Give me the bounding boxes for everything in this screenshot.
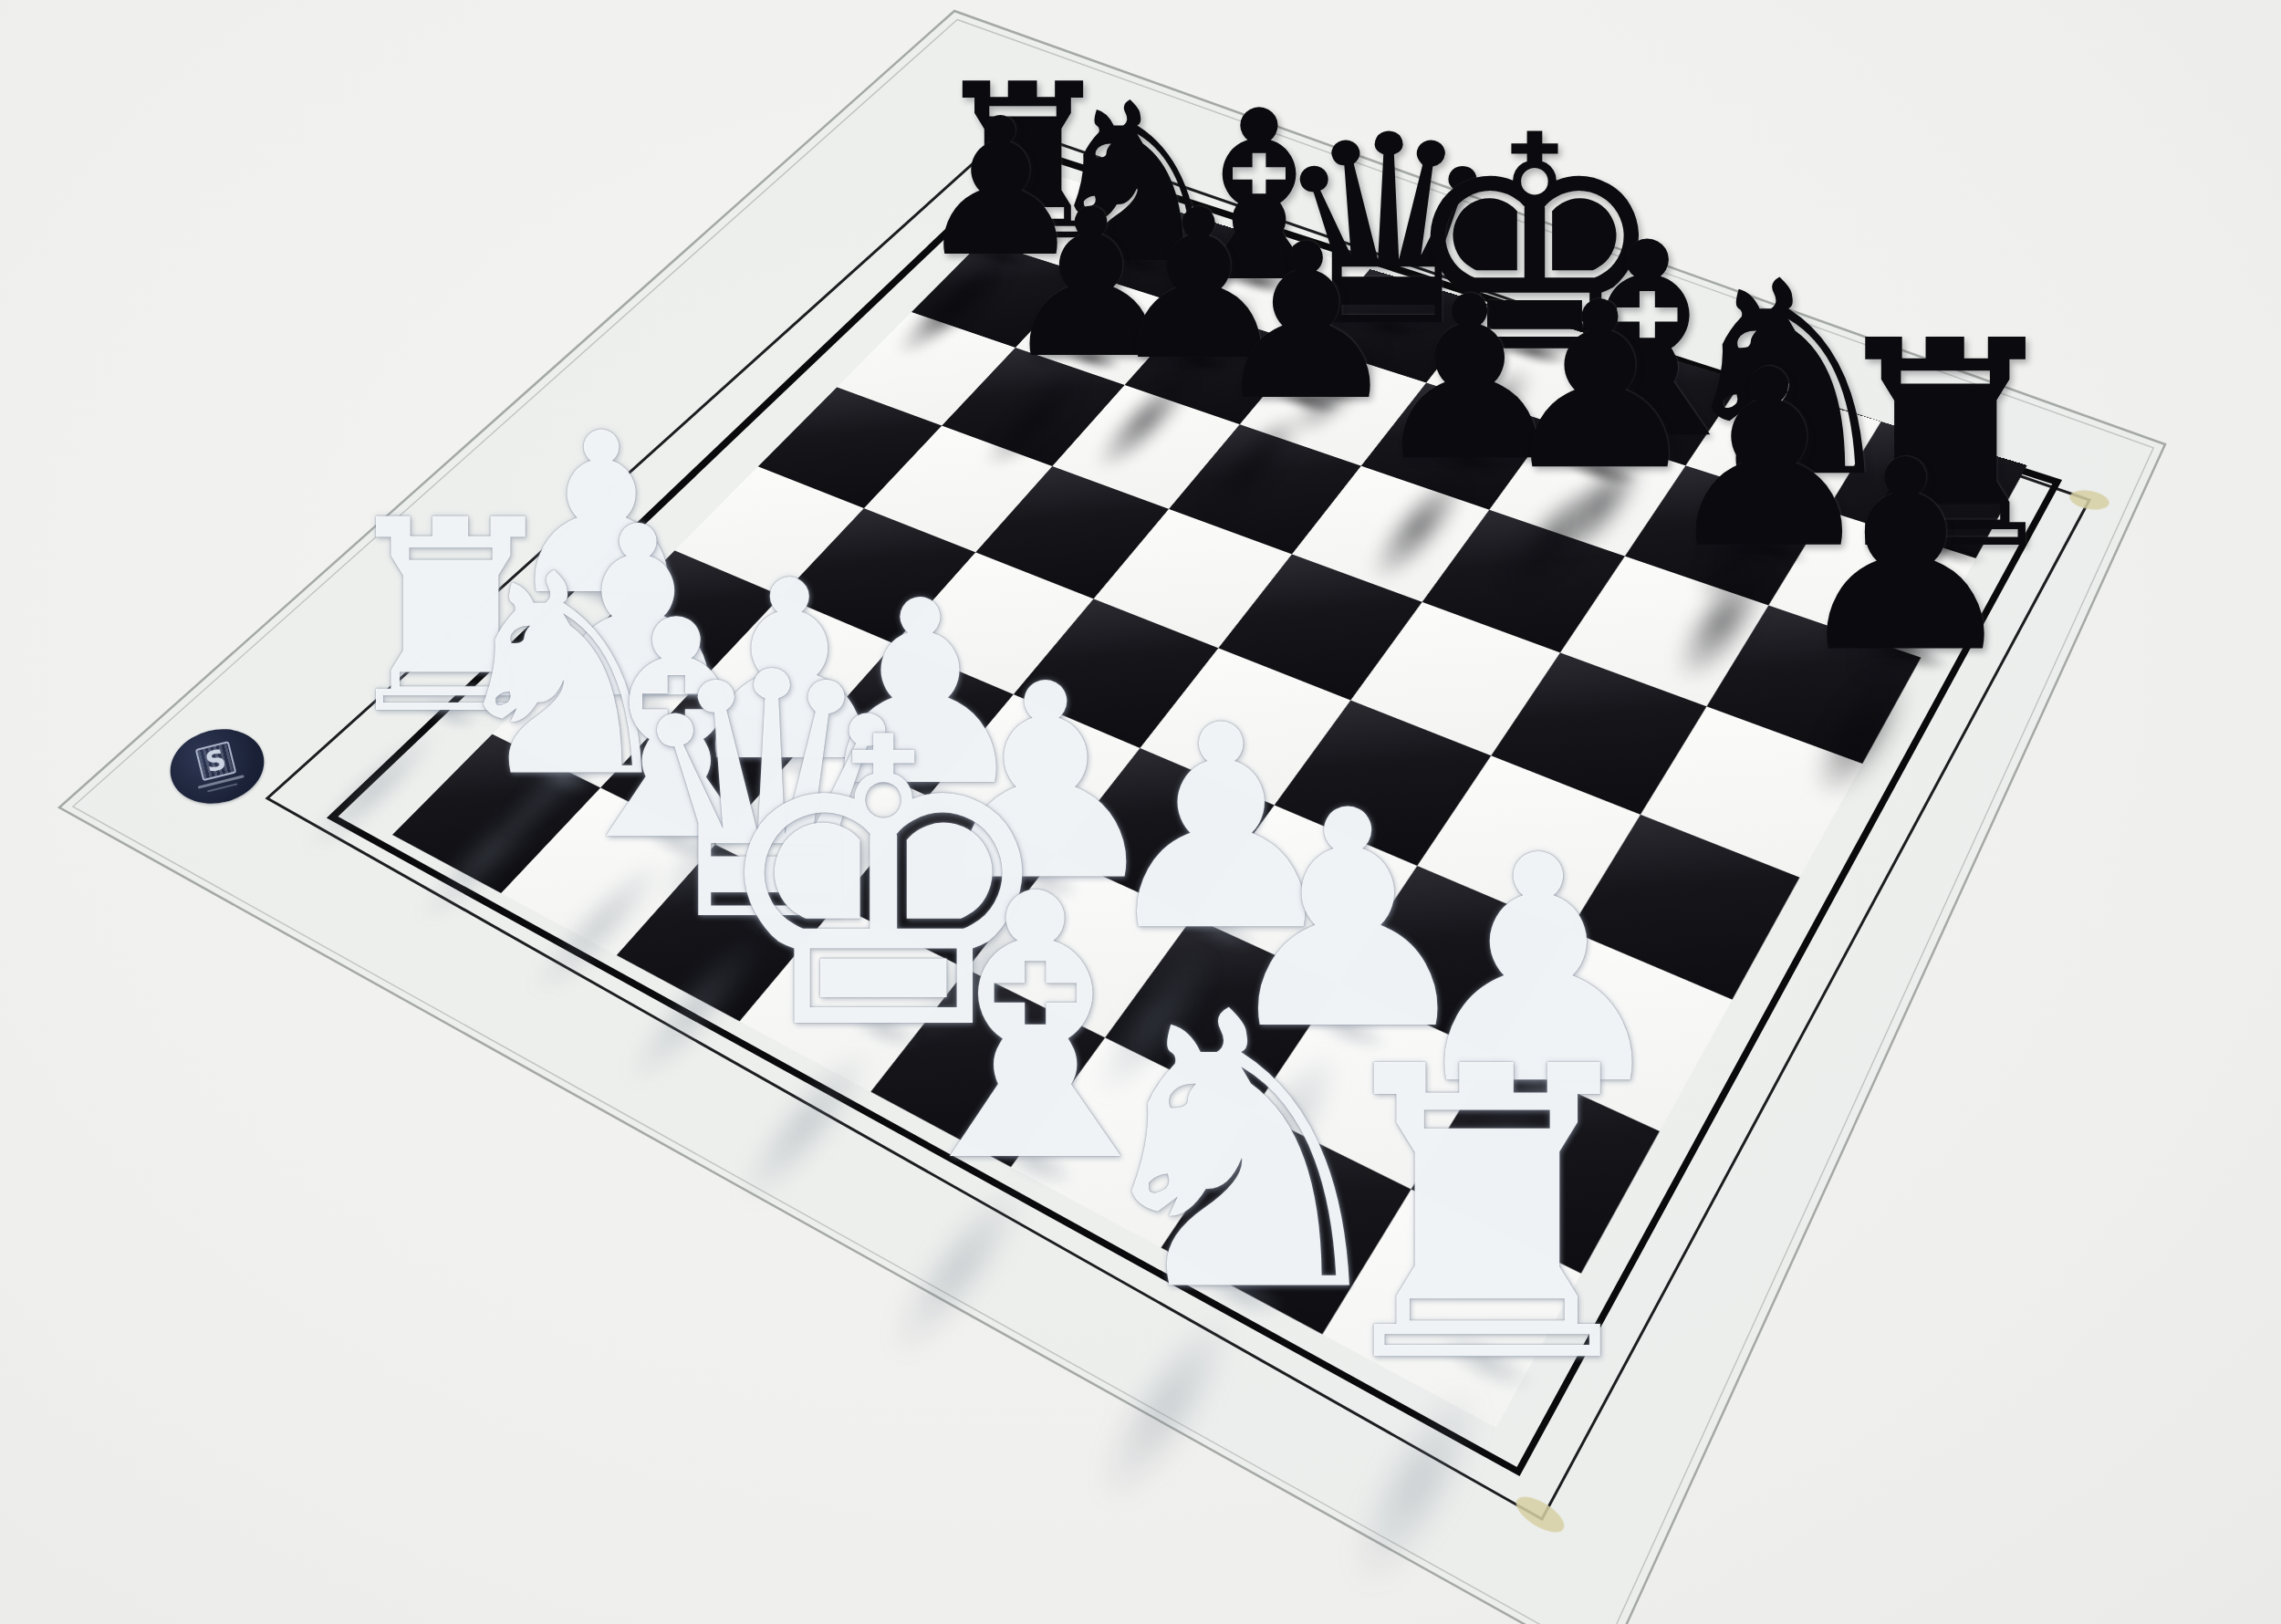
white-rook-h1[interactable]: ♜ [1307, 1015, 1667, 1418]
photo-scene: S ♜♞♝♛♚♝♞♜♟♟♟♟♟♟♟♟♟♟♟♟♟♟♟♟♜♞♝♛♚♝♞♜ [0, 0, 2281, 1624]
black-pawn-h7[interactable]: ♟ [1787, 426, 2023, 689]
pieces-layer: ♜♞♝♛♚♝♞♜♟♟♟♟♟♟♟♟♟♟♟♟♟♟♟♟♜♞♝♛♚♝♞♜ [0, 0, 2281, 1624]
